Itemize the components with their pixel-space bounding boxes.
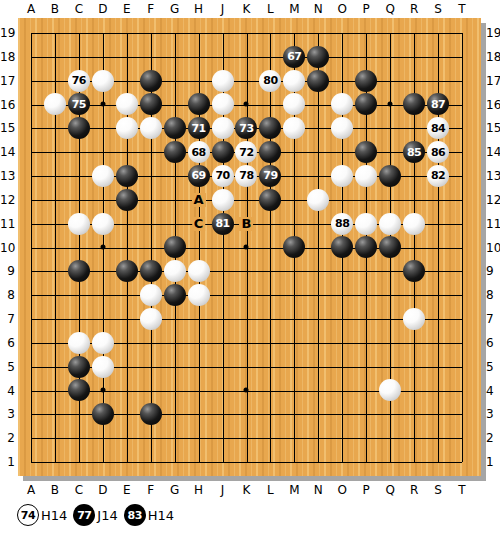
coord-label-1: 1 (486, 454, 500, 470)
coord-label-6: 6 (0, 335, 15, 351)
coord-label-Q: Q (380, 482, 400, 498)
stone-black-E9 (116, 260, 138, 282)
stone-black-G15 (164, 117, 186, 139)
stone-white-Q4 (379, 379, 401, 401)
coord-label-5: 5 (486, 359, 500, 375)
coord-label-10: 10 (0, 240, 15, 256)
star-point-K4 (244, 388, 249, 393)
stone-white-J16 (212, 93, 234, 115)
grid-vline (270, 33, 271, 462)
coord-label-O: O (332, 1, 352, 17)
stone-black-C5 (68, 356, 90, 378)
grid-hline (31, 319, 462, 320)
go-kifu-diagram: ABCDEFGHJKLMNOPQRST ABCDEFGHJKLMNOPQRST … (0, 0, 500, 537)
stone-white-N12 (307, 189, 329, 211)
caption: 74 H14 77 J14 83 H14 (17, 503, 180, 527)
grid-vline (318, 33, 319, 462)
coord-label-3: 3 (486, 406, 500, 422)
stone-white-S14: 86 (427, 141, 449, 163)
stone-white-S15: 84 (427, 117, 449, 139)
coord-label-14: 14 (0, 144, 15, 160)
stone-black-J14 (212, 141, 234, 163)
move-83-marker: 83 (124, 504, 146, 526)
stone-white-P11 (355, 213, 377, 235)
stone-black-R16 (403, 93, 425, 115)
stone-black-P10 (355, 236, 377, 258)
grid-vline (462, 33, 463, 462)
stone-black-G8 (164, 284, 186, 306)
stone-white-B16 (44, 93, 66, 115)
stone-white-D17 (92, 70, 114, 92)
stone-white-R7 (403, 308, 425, 330)
coord-label-1: 1 (0, 454, 15, 470)
coord-label-4: 4 (0, 383, 15, 399)
coord-label-R: R (404, 1, 424, 17)
stone-white-S13: 82 (427, 165, 449, 187)
stone-white-D5 (92, 356, 114, 378)
stone-black-F9 (140, 260, 162, 282)
stone-black-Q10 (379, 236, 401, 258)
stone-white-E16 (116, 93, 138, 115)
coord-label-N: N (308, 1, 328, 17)
grid-hline (31, 295, 462, 296)
coord-label-H: H (189, 1, 209, 17)
coord-label-F: F (141, 482, 161, 498)
stone-black-N18 (307, 46, 329, 68)
coord-label-6: 6 (486, 335, 500, 351)
stone-white-O15 (331, 117, 353, 139)
stone-white-J12 (212, 189, 234, 211)
annotation-C-H11: C (192, 217, 206, 231)
coord-label-15: 15 (486, 120, 500, 136)
coord-label-11: 11 (486, 216, 500, 232)
stone-black-K15: 73 (235, 117, 257, 139)
coord-label-2: 2 (486, 430, 500, 446)
coord-label-15: 15 (0, 120, 15, 136)
coord-label-E: E (117, 482, 137, 498)
coord-label-8: 8 (486, 287, 500, 303)
stone-white-J13: 70 (212, 165, 234, 187)
move-77-location: J14 (97, 508, 117, 523)
coord-label-E: E (117, 1, 137, 17)
coord-label-17: 17 (486, 73, 500, 89)
coord-label-Q: Q (380, 1, 400, 17)
coord-label-M: M (284, 482, 304, 498)
coord-label-B: B (45, 482, 65, 498)
stone-white-F8 (140, 284, 162, 306)
stone-white-Q11 (379, 213, 401, 235)
move-74-location: H14 (41, 508, 67, 523)
coord-label-T: T (452, 482, 472, 498)
stone-black-J11: 81 (212, 213, 234, 235)
stone-white-P13 (355, 165, 377, 187)
coord-label-A: A (21, 1, 41, 17)
stone-black-C9 (68, 260, 90, 282)
annotation-B-K11: B (240, 217, 254, 231)
stone-black-C15 (68, 117, 90, 139)
stone-white-D6 (92, 332, 114, 354)
stone-black-M10 (283, 236, 305, 258)
coord-label-17: 17 (0, 73, 15, 89)
coord-label-M: M (284, 1, 304, 17)
stone-white-C11 (68, 213, 90, 235)
move-74-marker: 74 (17, 504, 39, 526)
goban[interactable]: 67758771738569798176808468728670788288 A… (18, 18, 481, 476)
stone-black-H15: 71 (188, 117, 210, 139)
stone-white-D11 (92, 213, 114, 235)
coord-label-N: N (308, 482, 328, 498)
stone-black-L12 (259, 189, 281, 211)
stone-black-E12 (116, 189, 138, 211)
stone-white-O13 (331, 165, 353, 187)
coord-label-19: 19 (486, 25, 500, 41)
stone-white-H14: 68 (188, 141, 210, 163)
coord-label-16: 16 (486, 97, 500, 113)
stone-white-F15 (140, 117, 162, 139)
stone-black-Q13 (379, 165, 401, 187)
star-point-D16 (100, 102, 105, 107)
stone-black-C16: 75 (68, 93, 90, 115)
coord-label-B: B (45, 1, 65, 17)
stone-black-N17 (307, 70, 329, 92)
coord-label-3: 3 (0, 406, 15, 422)
coord-label-J: J (213, 1, 233, 17)
stone-black-S16: 87 (427, 93, 449, 115)
coord-label-4: 4 (486, 383, 500, 399)
coord-label-13: 13 (486, 168, 500, 184)
coord-label-13: 13 (0, 168, 15, 184)
coord-label-F: F (141, 1, 161, 17)
stone-white-J17 (212, 70, 234, 92)
coord-label-7: 7 (0, 311, 15, 327)
stone-white-F7 (140, 308, 162, 330)
coord-label-9: 9 (486, 263, 500, 279)
grid-hline (31, 462, 462, 463)
star-point-D4 (100, 388, 105, 393)
coord-label-L: L (260, 1, 280, 17)
coord-label-5: 5 (0, 359, 15, 375)
stone-white-C6 (68, 332, 90, 354)
coord-label-K: K (237, 1, 257, 17)
coord-label-P: P (356, 482, 376, 498)
coord-label-7: 7 (486, 311, 500, 327)
stone-black-F3 (140, 403, 162, 425)
move-77-marker: 77 (73, 504, 95, 526)
coord-label-18: 18 (486, 49, 500, 65)
coord-label-12: 12 (486, 192, 500, 208)
stone-black-F16 (140, 93, 162, 115)
coord-label-C: C (69, 1, 89, 17)
annotation-A-H12: A (192, 193, 206, 207)
stone-white-C17: 76 (68, 70, 90, 92)
coord-label-10: 10 (486, 240, 500, 256)
coord-label-K: K (237, 482, 257, 498)
stone-black-H16 (188, 93, 210, 115)
coord-label-L: L (260, 482, 280, 498)
move-83-location: H14 (148, 508, 174, 523)
stone-black-P14 (355, 141, 377, 163)
stone-white-D13 (92, 165, 114, 187)
star-point-K10 (244, 245, 249, 250)
star-point-K16 (244, 102, 249, 107)
stone-black-R14: 85 (403, 141, 425, 163)
stone-white-H9 (188, 260, 210, 282)
stone-white-H8 (188, 284, 210, 306)
stone-black-D3 (92, 403, 114, 425)
coord-label-16: 16 (0, 97, 15, 113)
coord-label-8: 8 (0, 287, 15, 303)
coord-label-J: J (213, 482, 233, 498)
coord-label-D: D (93, 482, 113, 498)
stone-white-O11: 88 (331, 213, 353, 235)
coord-label-11: 11 (0, 216, 15, 232)
grid-hline (31, 271, 462, 272)
coord-label-O: O (332, 482, 352, 498)
stone-white-E15 (116, 117, 138, 139)
stone-black-M18: 67 (283, 46, 305, 68)
stone-black-L15 (259, 117, 281, 139)
coord-label-9: 9 (0, 263, 15, 279)
stone-black-L14 (259, 141, 281, 163)
stone-white-M16 (283, 93, 305, 115)
coord-label-D: D (93, 1, 113, 17)
coord-label-18: 18 (0, 49, 15, 65)
coord-label-P: P (356, 1, 376, 17)
coord-label-R: R (404, 482, 424, 498)
coord-label-2: 2 (0, 430, 15, 446)
coord-label-14: 14 (486, 144, 500, 160)
stone-black-P17 (355, 70, 377, 92)
coord-label-S: S (428, 1, 448, 17)
stone-white-J15 (212, 117, 234, 139)
stone-black-G14 (164, 141, 186, 163)
coord-label-12: 12 (0, 192, 15, 208)
stone-black-L13: 79 (259, 165, 281, 187)
stone-white-M15 (283, 117, 305, 139)
coord-label-T: T (452, 1, 472, 17)
coord-label-G: G (165, 482, 185, 498)
star-point-Q16 (388, 102, 393, 107)
coord-label-19: 19 (0, 25, 15, 41)
stone-black-H13: 69 (188, 165, 210, 187)
stone-white-O16 (331, 93, 353, 115)
coord-label-A: A (21, 482, 41, 498)
coord-label-C: C (69, 482, 89, 498)
stone-black-E13 (116, 165, 138, 187)
star-point-D10 (100, 245, 105, 250)
stone-black-G10 (164, 236, 186, 258)
stone-black-F17 (140, 70, 162, 92)
stone-white-R11 (403, 213, 425, 235)
stone-black-C4 (68, 379, 90, 401)
coord-label-S: S (428, 482, 448, 498)
stone-white-M17 (283, 70, 305, 92)
coord-label-H: H (189, 482, 209, 498)
stone-black-R9 (403, 260, 425, 282)
stone-white-K13: 78 (235, 165, 257, 187)
stone-white-L17: 80 (259, 70, 281, 92)
stone-black-P16 (355, 93, 377, 115)
grid-hline (31, 438, 462, 439)
stone-white-K14: 72 (235, 141, 257, 163)
stone-white-G9 (164, 260, 186, 282)
stone-black-O10 (331, 236, 353, 258)
coord-label-G: G (165, 1, 185, 17)
